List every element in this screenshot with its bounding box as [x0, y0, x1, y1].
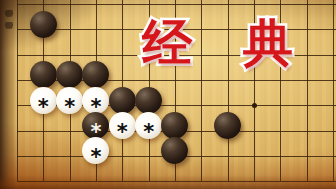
stone-white-marked: * [82, 87, 109, 114]
stone-white-marked: * [56, 87, 83, 114]
stone-black [135, 87, 162, 114]
stone-black [109, 87, 136, 114]
title-text: 经典 [142, 17, 336, 69]
stone-white-marked: * [30, 87, 57, 114]
stone-black [30, 61, 57, 88]
stone-black [30, 11, 57, 38]
stone-white-marked: * [135, 112, 162, 139]
stone-black [161, 112, 188, 139]
grid-line-horizontal [17, 4, 336, 5]
board-edge-marking [4, 9, 14, 31]
go-thumbnail: ******* 经典 [0, 0, 336, 189]
board-bottom-edge-shadow [0, 175, 336, 189]
star-point [252, 103, 257, 108]
stone-black [82, 61, 109, 88]
stone-black [214, 112, 241, 139]
stone-black [56, 61, 83, 88]
stone-black-marked: * [82, 112, 109, 139]
stone-white-marked: * [82, 137, 109, 164]
stone-black [161, 137, 188, 164]
stone-white-marked: * [109, 112, 136, 139]
